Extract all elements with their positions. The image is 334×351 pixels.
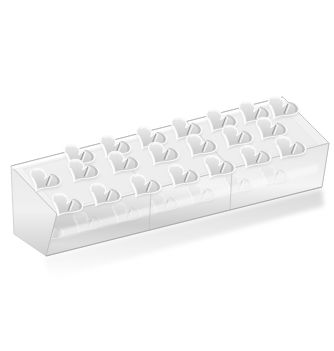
- product-photo: [0, 0, 334, 351]
